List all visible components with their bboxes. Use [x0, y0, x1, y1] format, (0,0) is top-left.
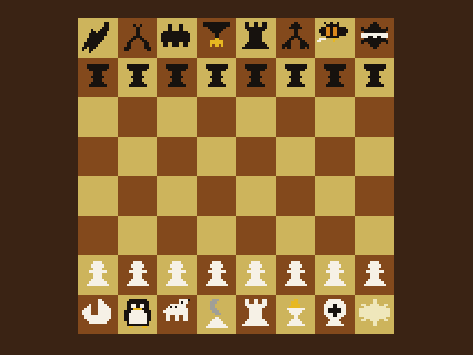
square-e4[interactable] — [236, 176, 276, 216]
square-f8[interactable] — [276, 18, 316, 58]
square-f1[interactable] — [276, 295, 316, 335]
square-b4[interactable] — [118, 176, 158, 216]
square-d2[interactable] — [197, 255, 237, 295]
square-h7[interactable] — [355, 58, 395, 98]
piece-bpawn-icon — [159, 60, 195, 96]
piece-wrook-icon — [238, 297, 274, 333]
square-c1[interactable] — [157, 295, 197, 335]
chess-board — [78, 18, 394, 334]
square-c8[interactable] — [157, 18, 197, 58]
square-d6[interactable] — [197, 97, 237, 137]
square-f2[interactable] — [276, 255, 316, 295]
piece-bpawn-icon — [278, 60, 314, 96]
square-c5[interactable] — [157, 137, 197, 177]
square-d7[interactable] — [197, 58, 237, 98]
square-h4[interactable] — [355, 176, 395, 216]
square-h2[interactable] — [355, 255, 395, 295]
square-e5[interactable] — [236, 137, 276, 177]
square-a4[interactable] — [78, 176, 118, 216]
square-d3[interactable] — [197, 216, 237, 256]
piece-moon-icon — [199, 297, 235, 333]
piece-wpawn-icon — [80, 257, 116, 293]
square-f7[interactable] — [276, 58, 316, 98]
square-d1[interactable] — [197, 295, 237, 335]
piece-sun-icon — [357, 297, 393, 333]
square-a8[interactable] — [78, 18, 118, 58]
piece-brook-icon — [238, 20, 274, 56]
square-c4[interactable] — [157, 176, 197, 216]
square-e2[interactable] — [236, 255, 276, 295]
square-e3[interactable] — [236, 216, 276, 256]
square-e8[interactable] — [236, 18, 276, 58]
piece-bpawn-icon — [238, 60, 274, 96]
square-g1[interactable] — [315, 295, 355, 335]
piece-penguin-icon — [120, 297, 156, 333]
square-g2[interactable] — [315, 255, 355, 295]
piece-bpawn-icon — [317, 60, 353, 96]
square-d4[interactable] — [197, 176, 237, 216]
piece-ninja-icon — [357, 20, 393, 56]
piece-crosshelm-icon — [317, 297, 353, 333]
square-g5[interactable] — [315, 137, 355, 177]
piece-horse-icon — [159, 297, 195, 333]
square-c2[interactable] — [157, 255, 197, 295]
square-f5[interactable] — [276, 137, 316, 177]
square-c3[interactable] — [157, 216, 197, 256]
piece-wishbone-icon — [120, 20, 156, 56]
square-g4[interactable] — [315, 176, 355, 216]
piece-boat-icon — [80, 297, 116, 333]
square-b7[interactable] — [118, 58, 158, 98]
piece-bee-icon — [317, 20, 353, 56]
square-h8[interactable] — [355, 18, 395, 58]
piece-trident-icon — [278, 20, 314, 56]
square-e7[interactable] — [236, 58, 276, 98]
piece-wpawn-icon — [120, 257, 156, 293]
square-b2[interactable] — [118, 255, 158, 295]
piece-bpawn-icon — [357, 60, 393, 96]
square-h3[interactable] — [355, 216, 395, 256]
square-a5[interactable] — [78, 137, 118, 177]
square-g3[interactable] — [315, 216, 355, 256]
piece-torch-icon — [278, 297, 314, 333]
piece-wpawn-icon — [159, 257, 195, 293]
square-g6[interactable] — [315, 97, 355, 137]
square-b5[interactable] — [118, 137, 158, 177]
square-f4[interactable] — [276, 176, 316, 216]
piece-bpawn-icon — [120, 60, 156, 96]
piece-wpawn-icon — [278, 257, 314, 293]
square-a7[interactable] — [78, 58, 118, 98]
square-a2[interactable] — [78, 255, 118, 295]
square-f3[interactable] — [276, 216, 316, 256]
square-g7[interactable] — [315, 58, 355, 98]
square-a1[interactable] — [78, 295, 118, 335]
piece-wpawn-icon — [238, 257, 274, 293]
square-h5[interactable] — [355, 137, 395, 177]
square-b3[interactable] — [118, 216, 158, 256]
square-d8[interactable] — [197, 18, 237, 58]
piece-wpawn-icon — [357, 257, 393, 293]
piece-loco-icon — [159, 20, 195, 56]
square-a6[interactable] — [78, 97, 118, 137]
square-h6[interactable] — [355, 97, 395, 137]
piece-qflip-icon — [199, 20, 235, 56]
square-b6[interactable] — [118, 97, 158, 137]
square-e6[interactable] — [236, 97, 276, 137]
square-a3[interactable] — [78, 216, 118, 256]
square-g8[interactable] — [315, 18, 355, 58]
square-e1[interactable] — [236, 295, 276, 335]
square-b1[interactable] — [118, 295, 158, 335]
square-c7[interactable] — [157, 58, 197, 98]
square-h1[interactable] — [355, 295, 395, 335]
piece-wpawn-icon — [317, 257, 353, 293]
piece-bat-icon — [80, 20, 116, 56]
square-d5[interactable] — [197, 137, 237, 177]
square-c6[interactable] — [157, 97, 197, 137]
piece-bpawn-icon — [199, 60, 235, 96]
square-f6[interactable] — [276, 97, 316, 137]
piece-bpawn-icon — [80, 60, 116, 96]
square-b8[interactable] — [118, 18, 158, 58]
piece-wpawn-icon — [199, 257, 235, 293]
